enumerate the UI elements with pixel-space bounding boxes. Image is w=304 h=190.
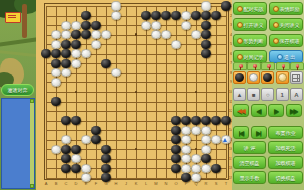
- left-sidebar: 邀请对弈: [0, 0, 36, 190]
- black-stone[interactable]: [181, 116, 190, 125]
- black-stone[interactable]: [201, 154, 210, 163]
- erase-stone-button[interactable]: [276, 71, 289, 84]
- black-stone[interactable]: [201, 21, 210, 30]
- button-icon: [237, 38, 243, 44]
- black-stone[interactable]: [91, 21, 100, 30]
- grid-line: [146, 6, 147, 178]
- black-stone[interactable]: [101, 173, 110, 182]
- black-stone[interactable]: [101, 145, 110, 154]
- black-stone[interactable]: [191, 116, 200, 125]
- white-stone[interactable]: [181, 154, 190, 163]
- white-stone[interactable]: [71, 59, 80, 68]
- white-stone[interactable]: [71, 21, 80, 30]
- marker-glyph: 1: [280, 92, 283, 98]
- action-button-4[interactable]: 关闭讲义: [269, 18, 303, 31]
- column-label: Q: [192, 182, 200, 186]
- panel-button-label: 布置作业: [276, 130, 296, 136]
- panel-button-label: 显示手数: [240, 175, 260, 181]
- signpost-icon: [5, 12, 21, 23]
- board-tab-pin-2[interactable]: [247, 62, 261, 70]
- column-label: N: [162, 182, 170, 186]
- column-label: D: [72, 182, 80, 186]
- white-stone[interactable]: [201, 145, 210, 154]
- board-tab-pin-4[interactable]: [276, 62, 290, 70]
- black-stone[interactable]: [171, 135, 180, 144]
- white-stone[interactable]: [201, 126, 210, 135]
- white-stone[interactable]: [191, 173, 200, 182]
- black-stone[interactable]: [101, 59, 110, 68]
- grid-line: [46, 111, 226, 112]
- column-label: C: [62, 182, 70, 186]
- white-stone[interactable]: [151, 30, 160, 39]
- black-stone[interactable]: [171, 154, 180, 163]
- black-stone[interactable]: [71, 116, 80, 125]
- white-stone[interactable]: [91, 30, 100, 39]
- scroll-down-thumb[interactable]: [30, 184, 34, 188]
- scroll-up-thumb[interactable]: [30, 99, 34, 103]
- grid-line: [46, 102, 226, 103]
- white-stone[interactable]: [181, 135, 190, 144]
- black-stone[interactable]: [71, 164, 80, 173]
- button-icon: [237, 22, 243, 28]
- place-black-button[interactable]: [233, 71, 246, 84]
- white-stone[interactable]: [51, 68, 60, 77]
- panel-button-right-0[interactable]: 布置作业: [268, 126, 303, 139]
- black-stone[interactable]: [221, 1, 230, 10]
- white-stone[interactable]: [201, 135, 210, 144]
- action-button-label: 关闭讲义: [280, 22, 300, 28]
- black-stone[interactable]: [71, 30, 80, 39]
- action-button-5[interactable]: 形势判断: [233, 34, 267, 47]
- white-stone[interactable]: [111, 68, 120, 77]
- white-stone[interactable]: [181, 164, 190, 173]
- marker-tool-1[interactable]: ▲: [233, 88, 246, 101]
- white-stone[interactable]: [61, 68, 70, 77]
- column-label: T: [222, 182, 230, 186]
- white-stone[interactable]: [81, 135, 90, 144]
- white-stone[interactable]: [201, 1, 210, 10]
- place-black-alt-button[interactable]: [261, 71, 274, 84]
- white-stone[interactable]: [61, 21, 70, 30]
- tree-trunk-icon: [22, 4, 27, 38]
- white-stone[interactable]: [191, 126, 200, 135]
- column-label: M: [152, 182, 160, 186]
- white-stone[interactable]: [71, 49, 80, 58]
- black-stone[interactable]: [201, 116, 210, 125]
- grid-line: [216, 6, 217, 178]
- pavilion-beam-icon: [0, 50, 40, 58]
- column-label: K: [132, 182, 140, 186]
- button-icon: [273, 6, 279, 12]
- column-label: S: [212, 182, 220, 186]
- black-stone[interactable]: [221, 116, 230, 125]
- white-stone[interactable]: [51, 40, 60, 49]
- white-stone[interactable]: [141, 21, 150, 30]
- action-button-1[interactable]: 配对实战: [233, 2, 267, 15]
- marker-glyph: ○: [266, 92, 270, 98]
- black-stone[interactable]: [101, 154, 110, 163]
- column-label: B: [52, 182, 60, 186]
- black-stone[interactable]: [171, 126, 180, 135]
- button-icon: [273, 38, 279, 44]
- button-icon: [237, 54, 243, 60]
- column-label: O: [172, 182, 180, 186]
- grid-line: [46, 140, 226, 141]
- white-stone[interactable]: [181, 21, 190, 30]
- white-stone[interactable]: [61, 30, 70, 39]
- jump-last-button[interactable]: ▶|: [251, 126, 267, 139]
- black-stone[interactable]: [161, 11, 170, 20]
- jump-first-button[interactable]: |◀: [233, 126, 249, 139]
- action-button-label: 形势判断: [244, 38, 264, 44]
- go-board[interactable]: A1B2C3D4E5F6G7H8J9K10L11M12N13O14P15Q16R…: [36, 0, 232, 190]
- button-icon: [237, 6, 243, 12]
- black-stone-icon: [263, 73, 272, 82]
- black-stone[interactable]: [61, 49, 70, 58]
- white-stone[interactable]: [81, 173, 90, 182]
- column-label: E: [82, 182, 90, 186]
- action-button-label: 保存棋谱: [280, 38, 300, 44]
- marker-tool-5[interactable]: A: [290, 88, 303, 101]
- white-stone[interactable]: [61, 135, 70, 144]
- panel-button-right-1[interactable]: 加载死活: [268, 141, 303, 154]
- column-label: A: [42, 182, 50, 186]
- white-stone[interactable]: [181, 11, 190, 20]
- panel-button-label: 清空棋盘: [240, 160, 260, 166]
- action-button-label: 打开讲义: [244, 22, 264, 28]
- panel-button-right-3[interactable]: 切换棋盘: [268, 171, 303, 184]
- column-label: L: [142, 182, 150, 186]
- marker-glyph: ▲: [237, 92, 243, 98]
- column-label: J: [122, 182, 130, 186]
- white-stone[interactable]: [81, 49, 90, 58]
- black-stone[interactable]: [151, 11, 160, 20]
- fast-forward-button[interactable]: ▶▶: [286, 104, 302, 117]
- action-button-label: 配对实战: [244, 6, 264, 12]
- black-stone[interactable]: [61, 145, 70, 154]
- action-button-3[interactable]: 打开讲义: [233, 18, 267, 31]
- white-stone[interactable]: [71, 154, 80, 163]
- white-stone[interactable]: [181, 145, 190, 154]
- column-label: G: [102, 182, 110, 186]
- white-stone-icon: [249, 73, 258, 82]
- show-grid-button[interactable]: [290, 71, 303, 84]
- jump-last-button-icon: ▶|: [256, 129, 260, 136]
- jump-first-button-icon: |◀: [239, 129, 243, 136]
- panel-button-label: 加载死活: [276, 145, 296, 151]
- panel-button-label: 讲 评: [244, 145, 255, 151]
- white-stone[interactable]: [51, 78, 60, 87]
- chat-panel[interactable]: [1, 98, 35, 189]
- grid-icon: [292, 74, 300, 82]
- black-stone[interactable]: [81, 11, 90, 20]
- marker-tool-4[interactable]: 1: [276, 88, 289, 101]
- black-stone[interactable]: [191, 11, 200, 20]
- marker-glyph: ■: [252, 92, 256, 98]
- black-stone[interactable]: [171, 116, 180, 125]
- fast-back-button[interactable]: ◀◀: [233, 104, 249, 117]
- black-stone[interactable]: [181, 173, 190, 182]
- action-button-label: 退 出: [284, 54, 295, 60]
- black-stone[interactable]: [201, 49, 210, 58]
- white-stone[interactable]: [111, 1, 120, 10]
- star-point: [135, 33, 137, 35]
- white-stone[interactable]: [51, 30, 60, 39]
- white-stone[interactable]: [181, 126, 190, 135]
- white-stone[interactable]: [81, 164, 90, 173]
- panel-button-right-2[interactable]: 加载棋谱: [268, 156, 303, 169]
- panel-button-left-2[interactable]: 清空棋盘: [233, 156, 266, 169]
- board-tab-pin-5[interactable]: [290, 62, 304, 70]
- black-stone[interactable]: [81, 21, 90, 30]
- panel-button-left-3[interactable]: 显示手数: [233, 171, 266, 184]
- column-label: H: [112, 182, 120, 186]
- marker-tool-3[interactable]: ○: [261, 88, 274, 101]
- black-stone[interactable]: [171, 11, 180, 20]
- black-stone[interactable]: [51, 97, 60, 106]
- white-stone[interactable]: [111, 11, 120, 20]
- column-label: R: [202, 182, 210, 186]
- black-stone[interactable]: [51, 59, 60, 68]
- go-classroom-app: 邀请对弈 A1B2C3D4E5F6G7H8J9K10L11M12N13O14P1…: [0, 0, 304, 190]
- forward-button-icon: ▶: [274, 107, 278, 114]
- column-label: F: [92, 182, 100, 186]
- black-stone[interactable]: [171, 145, 180, 154]
- black-stone[interactable]: [61, 59, 70, 68]
- button-icon: [273, 22, 279, 28]
- black-stone[interactable]: [211, 11, 220, 20]
- black-stone[interactable]: [201, 11, 210, 20]
- white-stone[interactable]: [191, 164, 200, 173]
- marker-glyph: A: [294, 92, 298, 98]
- black-stone[interactable]: [51, 49, 60, 58]
- black-stone[interactable]: [71, 145, 80, 154]
- black-stone[interactable]: [91, 135, 100, 144]
- black-stone[interactable]: [201, 40, 210, 49]
- fast-forward-button-icon: ▶▶: [290, 107, 297, 114]
- right-control-panel: 配对实战表情鼓励打开讲义关闭讲义形势判断保存棋谱对局记录退 出▲■○1A◀◀◀▶…: [232, 0, 304, 190]
- forward-button[interactable]: ▶: [268, 104, 284, 117]
- black-stone[interactable]: [61, 164, 70, 173]
- white-stone[interactable]: [191, 30, 200, 39]
- panel-button-label: 加载棋谱: [276, 160, 296, 166]
- white-stone[interactable]: [191, 154, 200, 163]
- black-stone-icon: [235, 73, 244, 82]
- white-stone[interactable]: [151, 21, 160, 30]
- white-stone[interactable]: [161, 30, 170, 39]
- black-stone[interactable]: [211, 116, 220, 125]
- action-button-label: 对局记录: [244, 54, 264, 60]
- chat-scrollbar[interactable]: [30, 99, 34, 188]
- black-stone[interactable]: [71, 40, 80, 49]
- black-stone[interactable]: [201, 30, 210, 39]
- panel-button-label: 切换棋盘: [276, 175, 296, 181]
- action-button-2[interactable]: 表情鼓励: [269, 2, 303, 15]
- grid-line: [226, 6, 227, 178]
- cream-stone-icon: [278, 73, 287, 82]
- last-move-marker: [223, 138, 227, 142]
- column-label: P: [182, 182, 190, 186]
- board-tab-pin-3[interactable]: [261, 62, 275, 70]
- board-tab-pin-1[interactable]: [233, 62, 247, 70]
- black-stone[interactable]: [41, 49, 50, 58]
- panel-button-left-1[interactable]: 讲 评: [233, 141, 266, 154]
- white-stone[interactable]: [211, 135, 220, 144]
- fast-back-button-icon: ◀◀: [237, 107, 244, 114]
- action-button-label: 表情鼓励: [280, 6, 300, 12]
- black-stone[interactable]: [171, 164, 180, 173]
- black-stone[interactable]: [61, 40, 70, 49]
- black-stone[interactable]: [81, 30, 90, 39]
- button-icon: [277, 54, 283, 60]
- place-white-button[interactable]: [247, 71, 260, 84]
- black-stone[interactable]: [141, 11, 150, 20]
- black-stone[interactable]: [101, 164, 110, 173]
- black-stone[interactable]: [61, 154, 70, 163]
- marker-tool-2[interactable]: ■: [247, 88, 260, 101]
- black-stone[interactable]: [91, 126, 100, 135]
- white-stone[interactable]: [201, 164, 210, 173]
- invite-play-button[interactable]: 邀请对弈: [1, 84, 34, 96]
- black-stone[interactable]: [61, 116, 70, 125]
- white-stone[interactable]: [171, 40, 180, 49]
- back-button[interactable]: ◀: [251, 104, 267, 117]
- black-stone[interactable]: [211, 164, 220, 173]
- white-stone[interactable]: [91, 40, 100, 49]
- action-button-6[interactable]: 保存棋谱: [269, 34, 303, 47]
- white-stone[interactable]: [101, 30, 110, 39]
- white-stone[interactable]: [51, 145, 60, 154]
- back-button-icon: ◀: [257, 107, 261, 114]
- pavilion-beam-icon: [0, 37, 40, 47]
